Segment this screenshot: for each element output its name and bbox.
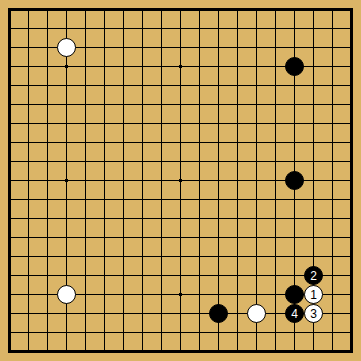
stone-black-q10[interactable] [285, 171, 304, 190]
stone-black-q3-move-4[interactable]: 4 [285, 304, 304, 323]
stone-black-q16[interactable] [285, 57, 304, 76]
stone-white-o3[interactable] [247, 304, 266, 323]
stone-black-r5-move-2[interactable]: 2 [304, 266, 323, 285]
move-number-label: 1 [310, 289, 317, 301]
stone-black-m3[interactable] [209, 304, 228, 323]
stones-layer: 2134 [0, 0, 361, 361]
stone-white-r4-move-1[interactable]: 1 [304, 285, 323, 304]
move-number-label: 2 [310, 270, 317, 282]
stone-white-d17[interactable] [57, 38, 76, 57]
move-number-label: 3 [310, 308, 317, 320]
move-number-label: 4 [291, 308, 298, 320]
go-board[interactable]: 2134 [0, 0, 361, 361]
stone-black-q4[interactable] [285, 285, 304, 304]
stone-white-d4[interactable] [57, 285, 76, 304]
stone-white-r3-move-3[interactable]: 3 [304, 304, 323, 323]
